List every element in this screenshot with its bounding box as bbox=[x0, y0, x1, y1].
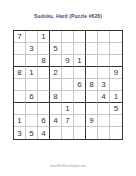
sudoku-cell-r9c6 bbox=[74, 127, 86, 139]
sudoku-cell-r6c6 bbox=[74, 91, 86, 103]
sudoku-cell-r6c5 bbox=[62, 91, 74, 103]
sudoku-cell-r4c7 bbox=[86, 67, 98, 79]
sudoku-cell-r9c1: 3 bbox=[14, 127, 26, 139]
sudoku-cell-r8c8 bbox=[98, 115, 110, 127]
sudoku-cell-r7c2 bbox=[26, 103, 38, 115]
sudoku-board: 7135891812968368411516479354 bbox=[13, 30, 123, 140]
sudoku-cell-r1c3: 1 bbox=[38, 31, 50, 43]
sudoku-cell-r6c2: 6 bbox=[26, 91, 38, 103]
page-title: Sudoku, Hard (Puzzle #628) bbox=[0, 13, 136, 19]
sudoku-cell-r5c1 bbox=[14, 79, 26, 91]
sudoku-cell-r3c6: 1 bbox=[74, 55, 86, 67]
footer-url: www.PrintFreeSudoku.com bbox=[0, 164, 136, 168]
sudoku-cell-r1c6 bbox=[74, 31, 86, 43]
sudoku-cell-r8c3: 6 bbox=[38, 115, 50, 127]
sudoku-cell-r5c2 bbox=[26, 79, 38, 91]
sudoku-page: Sudoku, Hard (Puzzle #628) 7135891812968… bbox=[0, 0, 136, 176]
sudoku-cell-r8c1: 1 bbox=[14, 115, 26, 127]
sudoku-cell-r1c9 bbox=[110, 31, 122, 43]
sudoku-cell-r2c8 bbox=[98, 43, 110, 55]
sudoku-cell-r1c7 bbox=[86, 31, 98, 43]
sudoku-cell-r3c7 bbox=[86, 55, 98, 67]
sudoku-cell-r6c4: 8 bbox=[50, 91, 62, 103]
sudoku-cell-r3c5: 9 bbox=[62, 55, 74, 67]
sudoku-cell-r5c5 bbox=[62, 79, 74, 91]
sudoku-cell-r9c8 bbox=[98, 127, 110, 139]
sudoku-cell-r5c7: 8 bbox=[86, 79, 98, 91]
sudoku-cell-r5c3 bbox=[38, 79, 50, 91]
sudoku-cell-r9c7 bbox=[86, 127, 98, 139]
sudoku-cell-r1c8 bbox=[98, 31, 110, 43]
sudoku-cell-r4c9: 9 bbox=[110, 67, 122, 79]
sudoku-cell-r7c7 bbox=[86, 103, 98, 115]
sudoku-cell-r2c7 bbox=[86, 43, 98, 55]
sudoku-cell-r9c2: 5 bbox=[26, 127, 38, 139]
sudoku-cell-r4c6 bbox=[74, 67, 86, 79]
sudoku-cell-r9c5 bbox=[62, 127, 74, 139]
sudoku-cell-r8c6 bbox=[74, 115, 86, 127]
sudoku-cell-r2c6 bbox=[74, 43, 86, 55]
sudoku-cell-r7c9: 5 bbox=[110, 103, 122, 115]
sudoku-cell-r4c4: 2 bbox=[50, 67, 62, 79]
sudoku-cell-r4c3 bbox=[38, 67, 50, 79]
sudoku-cell-r9c9 bbox=[110, 127, 122, 139]
sudoku-cell-r8c5: 7 bbox=[62, 115, 74, 127]
sudoku-cell-r4c8 bbox=[98, 67, 110, 79]
sudoku-cell-r5c9 bbox=[110, 79, 122, 91]
sudoku-cell-r6c8: 4 bbox=[98, 91, 110, 103]
sudoku-cell-r2c9 bbox=[110, 43, 122, 55]
sudoku-cell-r4c2: 1 bbox=[26, 67, 38, 79]
sudoku-cell-r8c9 bbox=[110, 115, 122, 127]
sudoku-cell-r4c5 bbox=[62, 67, 74, 79]
sudoku-cell-r8c2 bbox=[26, 115, 38, 127]
sudoku-cell-r2c1 bbox=[14, 43, 26, 55]
sudoku-cell-r1c4 bbox=[50, 31, 62, 43]
sudoku-cell-r7c4 bbox=[50, 103, 62, 115]
sudoku-cell-r6c7 bbox=[86, 91, 98, 103]
sudoku-cell-r7c8 bbox=[98, 103, 110, 115]
sudoku-cell-r5c6: 6 bbox=[74, 79, 86, 91]
sudoku-cell-r5c4 bbox=[50, 79, 62, 91]
sudoku-cell-r1c1: 7 bbox=[14, 31, 26, 43]
sudoku-cell-r3c3: 8 bbox=[38, 55, 50, 67]
sudoku-cell-r4c1: 8 bbox=[14, 67, 26, 79]
sudoku-cell-r2c2: 3 bbox=[26, 43, 38, 55]
sudoku-cell-r2c5 bbox=[62, 43, 74, 55]
sudoku-cell-r3c4 bbox=[50, 55, 62, 67]
sudoku-cell-r3c1 bbox=[14, 55, 26, 67]
sudoku-cell-r3c2 bbox=[26, 55, 38, 67]
sudoku-cell-r8c4: 4 bbox=[50, 115, 62, 127]
sudoku-cell-r6c1 bbox=[14, 91, 26, 103]
sudoku-cell-r6c3 bbox=[38, 91, 50, 103]
sudoku-cell-r1c2 bbox=[26, 31, 38, 43]
sudoku-cell-r7c1 bbox=[14, 103, 26, 115]
sudoku-cell-r6c9: 1 bbox=[110, 91, 122, 103]
sudoku-cell-r3c8 bbox=[98, 55, 110, 67]
sudoku-cell-r1c5 bbox=[62, 31, 74, 43]
sudoku-cell-r7c5: 1 bbox=[62, 103, 74, 115]
sudoku-cell-r8c7: 9 bbox=[86, 115, 98, 127]
sudoku-cell-r3c9 bbox=[110, 55, 122, 67]
sudoku-cell-r2c3 bbox=[38, 43, 50, 55]
sudoku-cell-r9c4 bbox=[50, 127, 62, 139]
sudoku-cell-r5c8: 3 bbox=[98, 79, 110, 91]
sudoku-cell-r7c6 bbox=[74, 103, 86, 115]
sudoku-cell-r7c3 bbox=[38, 103, 50, 115]
sudoku-cell-r9c3: 4 bbox=[38, 127, 50, 139]
sudoku-cell-r2c4: 5 bbox=[50, 43, 62, 55]
